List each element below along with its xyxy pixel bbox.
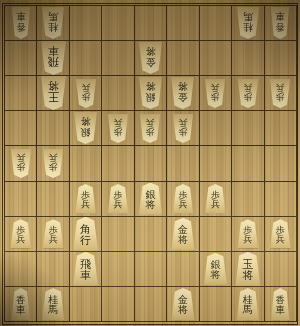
kanji-glyph: 香: [16, 22, 26, 33]
square-67[interactable]: [102, 217, 134, 252]
square-65[interactable]: [102, 146, 134, 181]
piece-sente-silver-56[interactable]: 銀将: [138, 183, 163, 215]
piece-gote-knight-21[interactable]: 桂馬: [236, 7, 260, 39]
shogi-board-photo: 香車桂馬桂馬香車飛車金将王将歩兵銀将金将歩兵歩兵歩兵銀将歩兵歩兵歩兵歩兵歩兵歩兵…: [0, 0, 300, 326]
square-88[interactable]: [37, 252, 69, 287]
square-91[interactable]: 香車: [5, 6, 37, 41]
square-92[interactable]: [5, 41, 37, 76]
kanji-glyph: 車: [276, 305, 286, 316]
square-42[interactable]: [167, 41, 199, 76]
square-77[interactable]: 角行: [70, 217, 102, 252]
kanji-glyph: 兵: [243, 235, 252, 245]
piece-sente-pawn-46[interactable]: 歩兵: [172, 184, 194, 213]
square-96[interactable]: [5, 182, 37, 217]
square-25[interactable]: [232, 146, 264, 181]
square-97[interactable]: 歩兵: [5, 217, 37, 252]
square-53[interactable]: 銀将: [135, 76, 167, 111]
kanji-glyph: 馬: [48, 11, 58, 22]
piece-sente-rook-78[interactable]: 飛車: [72, 252, 99, 286]
square-79[interactable]: [70, 287, 102, 322]
square-17[interactable]: 歩兵: [265, 217, 297, 252]
square-98[interactable]: [5, 252, 37, 287]
kanji-glyph: 兵: [243, 82, 252, 92]
piece-gote-silver-53[interactable]: 銀将: [138, 77, 163, 109]
square-51[interactable]: [135, 6, 167, 41]
kanji-glyph: 兵: [211, 82, 220, 92]
piece-gote-pawn-33[interactable]: 歩兵: [204, 79, 226, 108]
square-59[interactable]: [135, 287, 167, 322]
kanji-glyph: 兵: [49, 152, 58, 162]
kanji-glyph: 兵: [81, 82, 90, 92]
square-29[interactable]: 桂馬: [232, 287, 264, 322]
kanji-glyph: 歩: [146, 127, 155, 137]
kanji-glyph: 飛: [48, 57, 59, 68]
kanji-glyph: 歩: [16, 162, 25, 172]
kanji-glyph: 歩: [81, 92, 90, 102]
kanji-glyph: 兵: [178, 117, 187, 127]
kanji-glyph: 将: [210, 270, 220, 281]
kanji-glyph: 兵: [276, 235, 285, 245]
square-99[interactable]: 香車: [5, 287, 37, 322]
square-11[interactable]: 香車: [265, 6, 297, 41]
piece-sente-pawn-27[interactable]: 歩兵: [237, 219, 259, 248]
square-72[interactable]: [70, 41, 102, 76]
piece-gote-pawn-64[interactable]: 歩兵: [107, 114, 129, 143]
piece-sente-king-28[interactable]: 玉将: [234, 252, 261, 286]
square-82[interactable]: 飛車: [37, 41, 69, 76]
square-63[interactable]: [102, 76, 134, 111]
square-89[interactable]: 桂馬: [37, 287, 69, 322]
kanji-glyph: 馬: [48, 305, 58, 316]
kanji-glyph: 兵: [49, 235, 58, 245]
square-85[interactable]: 歩兵: [37, 146, 69, 181]
kanji-glyph: 金: [145, 57, 155, 68]
kanji-glyph: 将: [145, 200, 155, 211]
board-grid: 香車桂馬桂馬香車飛車金将王将歩兵銀将金将歩兵歩兵歩兵銀将歩兵歩兵歩兵歩兵歩兵歩兵…: [4, 5, 297, 322]
kanji-glyph: 銀: [81, 127, 91, 138]
square-95[interactable]: 歩兵: [5, 146, 37, 181]
piece-gote-pawn-73[interactable]: 歩兵: [75, 79, 97, 108]
square-24[interactable]: [232, 111, 264, 146]
square-21[interactable]: 桂馬: [232, 6, 264, 41]
square-13[interactable]: 歩兵: [265, 76, 297, 111]
piece-sente-pawn-36[interactable]: 歩兵: [204, 184, 226, 213]
piece-sente-silver-38[interactable]: 銀将: [203, 253, 228, 285]
kanji-glyph: 金: [178, 92, 188, 103]
kanji-glyph: 兵: [276, 82, 285, 92]
kanji-glyph: 兵: [146, 117, 155, 127]
square-16[interactable]: [265, 182, 297, 217]
square-86[interactable]: [37, 182, 69, 217]
square-33[interactable]: 歩兵: [200, 76, 232, 111]
square-94[interactable]: [5, 111, 37, 146]
kanji-glyph: 歩: [178, 127, 187, 137]
piece-gote-gold-43[interactable]: 金将: [170, 77, 195, 109]
piece-sente-lance-19[interactable]: 香車: [270, 288, 290, 320]
kanji-glyph: 将: [178, 235, 188, 246]
piece-sente-pawn-76[interactable]: 歩兵: [75, 184, 97, 213]
square-56[interactable]: 銀将: [135, 182, 167, 217]
square-81[interactable]: 桂馬: [37, 6, 69, 41]
square-47[interactable]: 金将: [167, 217, 199, 252]
kanji-glyph: 兵: [16, 235, 25, 245]
piece-sente-pawn-87[interactable]: 歩兵: [42, 219, 64, 248]
square-26[interactable]: [232, 182, 264, 217]
piece-gote-pawn-85[interactable]: 歩兵: [42, 149, 64, 178]
kanji-glyph: 馬: [243, 305, 253, 316]
square-66[interactable]: 歩兵: [102, 182, 134, 217]
kanji-glyph: 将: [242, 270, 253, 281]
square-35[interactable]: [200, 146, 232, 181]
piece-sente-bishop-77[interactable]: 角行: [72, 217, 99, 251]
square-64[interactable]: 歩兵: [102, 111, 134, 146]
piece-gote-lance-11[interactable]: 香車: [270, 7, 290, 39]
square-32[interactable]: [200, 41, 232, 76]
square-38[interactable]: 銀将: [200, 252, 232, 287]
square-76[interactable]: 歩兵: [70, 182, 102, 217]
piece-sente-knight-29[interactable]: 桂馬: [236, 288, 260, 320]
square-36[interactable]: 歩兵: [200, 182, 232, 217]
square-39[interactable]: [200, 287, 232, 322]
piece-sente-gold-47[interactable]: 金将: [170, 218, 195, 250]
kanji-glyph: 車: [16, 11, 26, 22]
kanji-glyph: 歩: [49, 162, 58, 172]
square-68[interactable]: [102, 252, 134, 287]
kanji-glyph: 銀: [145, 92, 155, 103]
kanji-glyph: 歩: [114, 127, 123, 137]
square-31[interactable]: [200, 6, 232, 41]
piece-sente-pawn-17[interactable]: 歩兵: [269, 219, 291, 248]
square-58[interactable]: [135, 252, 167, 287]
square-93[interactable]: [5, 76, 37, 111]
square-22[interactable]: [232, 41, 264, 76]
kanji-glyph: 兵: [114, 117, 123, 127]
square-14[interactable]: [265, 111, 297, 146]
kanji-glyph: 歩: [243, 92, 252, 102]
square-54[interactable]: 歩兵: [135, 111, 167, 146]
square-27[interactable]: 歩兵: [232, 217, 264, 252]
square-55[interactable]: [135, 146, 167, 181]
piece-sente-pawn-97[interactable]: 歩兵: [10, 219, 32, 248]
kanji-glyph: 車: [16, 305, 26, 316]
kanji-glyph: 将: [81, 116, 91, 127]
kanji-glyph: 将: [145, 46, 155, 57]
piece-gote-pawn-44[interactable]: 歩兵: [172, 114, 194, 143]
kanji-glyph: 馬: [243, 11, 253, 22]
square-61[interactable]: [102, 6, 134, 41]
kanji-glyph: 兵: [178, 200, 187, 210]
piece-gote-pawn-23[interactable]: 歩兵: [237, 79, 259, 108]
kanji-glyph: 桂: [243, 22, 253, 33]
piece-gote-lance-91[interactable]: 香車: [11, 7, 31, 39]
piece-gote-pawn-54[interactable]: 歩兵: [139, 114, 161, 143]
piece-gote-silver-74[interactable]: 銀将: [73, 112, 98, 144]
kanji-glyph: 将: [145, 81, 155, 92]
piece-gote-pawn-13[interactable]: 歩兵: [269, 79, 291, 108]
kanji-glyph: 兵: [114, 200, 123, 210]
square-83[interactable]: 王将: [37, 76, 69, 111]
kanji-glyph: 将: [178, 305, 188, 316]
square-12[interactable]: [265, 41, 297, 76]
square-15[interactable]: [265, 146, 297, 181]
square-73[interactable]: 歩兵: [70, 76, 102, 111]
square-45[interactable]: [167, 146, 199, 181]
kanji-glyph: 兵: [211, 200, 220, 210]
piece-sente-pawn-66[interactable]: 歩兵: [107, 184, 129, 213]
square-52[interactable]: 金将: [135, 41, 167, 76]
square-44[interactable]: 歩兵: [167, 111, 199, 146]
kanji-glyph: 歩: [276, 92, 285, 102]
piece-gote-pawn-95[interactable]: 歩兵: [10, 149, 32, 178]
square-75[interactable]: [70, 146, 102, 181]
square-74[interactable]: 銀将: [70, 111, 102, 146]
square-34[interactable]: [200, 111, 232, 146]
square-78[interactable]: 飛車: [70, 252, 102, 287]
square-41[interactable]: [167, 6, 199, 41]
kanji-glyph: 車: [48, 46, 59, 57]
kanji-glyph: 王: [48, 92, 59, 103]
square-84[interactable]: [37, 111, 69, 146]
square-49[interactable]: 金将: [167, 287, 199, 322]
square-23[interactable]: 歩兵: [232, 76, 264, 111]
piece-gote-king-83[interactable]: 王将: [40, 76, 67, 110]
square-69[interactable]: [102, 287, 134, 322]
kanji-glyph: 桂: [48, 22, 58, 33]
kanji-glyph: 将: [48, 81, 59, 92]
piece-sente-gold-49[interactable]: 金将: [170, 288, 195, 320]
square-37[interactable]: [200, 217, 232, 252]
square-28[interactable]: 玉将: [232, 252, 264, 287]
piece-gote-rook-82[interactable]: 飛車: [40, 41, 67, 75]
kanji-glyph: 兵: [81, 200, 90, 210]
kanji-glyph: 行: [80, 235, 91, 246]
kanji-glyph: 香: [276, 22, 286, 33]
square-46[interactable]: 歩兵: [167, 182, 199, 217]
piece-gote-gold-52[interactable]: 金将: [138, 42, 163, 74]
kanji-glyph: 車: [276, 11, 286, 22]
kanji-glyph: 車: [80, 270, 91, 281]
square-87[interactable]: 歩兵: [37, 217, 69, 252]
piece-sente-knight-89[interactable]: 桂馬: [41, 288, 65, 320]
piece-gote-knight-81[interactable]: 桂馬: [41, 7, 65, 39]
square-71[interactable]: [70, 6, 102, 41]
square-48[interactable]: [167, 252, 199, 287]
kanji-glyph: 兵: [16, 152, 25, 162]
kanji-glyph: 歩: [211, 92, 220, 102]
square-43[interactable]: 金将: [167, 76, 199, 111]
square-62[interactable]: [102, 41, 134, 76]
piece-sente-lance-99[interactable]: 香車: [11, 288, 31, 320]
square-18[interactable]: [265, 252, 297, 287]
square-19[interactable]: 香車: [265, 287, 297, 322]
kanji-glyph: 将: [178, 81, 188, 92]
square-57[interactable]: [135, 217, 167, 252]
